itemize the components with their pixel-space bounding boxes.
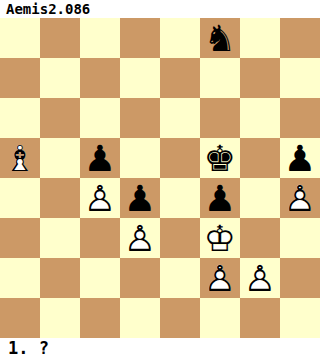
white-pawn-fill: ♟ — [80, 178, 120, 218]
square-f5[interactable]: ♚ — [200, 138, 240, 178]
square-h7[interactable] — [280, 58, 320, 98]
black-pawn-piece: ♟ — [280, 138, 320, 178]
square-f8[interactable]: ♞ — [200, 18, 240, 58]
square-a7[interactable] — [0, 58, 40, 98]
move-prompt: 1. ? — [8, 338, 49, 360]
square-f4[interactable]: ♟ — [200, 178, 240, 218]
square-f7[interactable] — [200, 58, 240, 98]
square-a3[interactable] — [0, 218, 40, 258]
square-b7[interactable] — [40, 58, 80, 98]
square-f1[interactable] — [200, 298, 240, 338]
square-h8[interactable] — [280, 18, 320, 58]
chess-diagram-page: Aemis2.086 ♞♝♗♟♚♟♟♙♟♟♟♙♟♙♚♔♟♙♟♙ 1. ? — [0, 0, 320, 360]
square-g4[interactable] — [240, 178, 280, 218]
white-king-fill: ♚ — [200, 218, 240, 258]
square-d2[interactable] — [120, 258, 160, 298]
black-pawn-piece: ♟ — [80, 138, 120, 178]
white-bishop-fill: ♝ — [0, 138, 40, 178]
square-g2[interactable]: ♟♙ — [240, 258, 280, 298]
square-e3[interactable] — [160, 218, 200, 258]
square-b1[interactable] — [40, 298, 80, 338]
square-d5[interactable] — [120, 138, 160, 178]
square-g1[interactable] — [240, 298, 280, 338]
square-a2[interactable] — [0, 258, 40, 298]
black-king-piece: ♚ — [200, 138, 240, 178]
square-b8[interactable] — [40, 18, 80, 58]
square-e7[interactable] — [160, 58, 200, 98]
square-a5[interactable]: ♝♗ — [0, 138, 40, 178]
square-c8[interactable] — [80, 18, 120, 58]
square-g7[interactable] — [240, 58, 280, 98]
square-h6[interactable] — [280, 98, 320, 138]
square-g3[interactable] — [240, 218, 280, 258]
square-d7[interactable] — [120, 58, 160, 98]
square-c3[interactable] — [80, 218, 120, 258]
square-h5[interactable]: ♟ — [280, 138, 320, 178]
square-c4[interactable]: ♟♙ — [80, 178, 120, 218]
square-e8[interactable] — [160, 18, 200, 58]
square-d1[interactable] — [120, 298, 160, 338]
square-a8[interactable] — [0, 18, 40, 58]
square-b5[interactable] — [40, 138, 80, 178]
square-e6[interactable] — [160, 98, 200, 138]
square-c7[interactable] — [80, 58, 120, 98]
white-pawn-piece: ♙ — [200, 258, 240, 298]
square-e4[interactable] — [160, 178, 200, 218]
diagram-title: Aemis2.086 — [6, 1, 90, 18]
white-pawn-fill: ♟ — [120, 218, 160, 258]
square-g6[interactable] — [240, 98, 280, 138]
white-pawn-fill: ♟ — [200, 258, 240, 298]
square-a6[interactable] — [0, 98, 40, 138]
white-pawn-piece: ♙ — [120, 218, 160, 258]
square-e5[interactable] — [160, 138, 200, 178]
square-h1[interactable] — [280, 298, 320, 338]
white-pawn-piece: ♙ — [240, 258, 280, 298]
black-pawn-piece: ♟ — [200, 178, 240, 218]
white-bishop-piece: ♗ — [0, 138, 40, 178]
square-b6[interactable] — [40, 98, 80, 138]
square-f3[interactable]: ♚♔ — [200, 218, 240, 258]
square-c2[interactable] — [80, 258, 120, 298]
square-g5[interactable] — [240, 138, 280, 178]
chess-board: ♞♝♗♟♚♟♟♙♟♟♟♙♟♙♚♔♟♙♟♙ — [0, 18, 320, 338]
square-h4[interactable]: ♟♙ — [280, 178, 320, 218]
square-d8[interactable] — [120, 18, 160, 58]
square-d6[interactable] — [120, 98, 160, 138]
white-pawn-fill: ♟ — [280, 178, 320, 218]
black-pawn-piece: ♟ — [120, 178, 160, 218]
white-king-piece: ♔ — [200, 218, 240, 258]
square-d4[interactable]: ♟ — [120, 178, 160, 218]
square-e2[interactable] — [160, 258, 200, 298]
square-c5[interactable]: ♟ — [80, 138, 120, 178]
square-f2[interactable]: ♟♙ — [200, 258, 240, 298]
square-c6[interactable] — [80, 98, 120, 138]
square-g8[interactable] — [240, 18, 280, 58]
square-h3[interactable] — [280, 218, 320, 258]
square-b4[interactable] — [40, 178, 80, 218]
square-a4[interactable] — [0, 178, 40, 218]
white-pawn-piece: ♙ — [280, 178, 320, 218]
square-c1[interactable] — [80, 298, 120, 338]
square-e1[interactable] — [160, 298, 200, 338]
square-h2[interactable] — [280, 258, 320, 298]
square-d3[interactable]: ♟♙ — [120, 218, 160, 258]
square-a1[interactable] — [0, 298, 40, 338]
square-b3[interactable] — [40, 218, 80, 258]
square-f6[interactable] — [200, 98, 240, 138]
white-pawn-piece: ♙ — [80, 178, 120, 218]
square-b2[interactable] — [40, 258, 80, 298]
white-pawn-fill: ♟ — [240, 258, 280, 298]
black-knight-piece: ♞ — [200, 18, 240, 58]
